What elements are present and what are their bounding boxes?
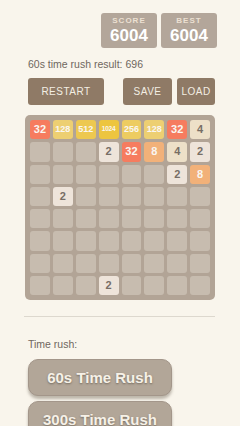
empty-cell-r7c6 — [144, 254, 164, 273]
time-rush-section-label: Time rush: — [28, 338, 240, 350]
app-root: SCORE 6004 BEST 6004 60s time rush resul… — [0, 0, 240, 426]
time-rush-result-text: 60s time rush result: 696 — [28, 58, 240, 70]
empty-cell-r4c4 — [99, 187, 119, 206]
tile-2-r8c4: 2 — [99, 276, 119, 295]
empty-cell-r2c1 — [30, 142, 50, 161]
empty-cell-r4c6 — [144, 187, 164, 206]
empty-cell-r6c2 — [53, 231, 73, 250]
empty-cell-r5c6 — [144, 209, 164, 228]
tile-2-r2c8: 2 — [190, 142, 210, 161]
empty-cell-r3c2 — [53, 165, 73, 184]
load-button[interactable]: LOAD — [177, 78, 215, 105]
empty-cell-r3c1 — [30, 165, 50, 184]
tile-512-r1c3: 512 — [76, 120, 96, 139]
empty-cell-r4c7 — [167, 187, 187, 206]
empty-cell-r2c3 — [76, 142, 96, 161]
empty-cell-r6c4 — [99, 231, 119, 250]
empty-cell-r4c3 — [76, 187, 96, 206]
best-value: 6004 — [170, 27, 208, 44]
empty-cell-r4c8 — [190, 187, 210, 206]
score-box: SCORE 6004 — [101, 13, 157, 48]
tile-256-r1c5: 256 — [122, 120, 142, 139]
tile-1024-r1c4: 1024 — [99, 120, 119, 139]
empty-cell-r7c3 — [76, 254, 96, 273]
empty-cell-r6c8 — [190, 231, 210, 250]
tile-128-r1c2: 128 — [53, 120, 73, 139]
empty-cell-r5c5 — [122, 209, 142, 228]
empty-cell-r5c7 — [167, 209, 187, 228]
empty-cell-r7c5 — [122, 254, 142, 273]
tile-8-r2c6: 8 — [144, 142, 164, 161]
empty-cell-r7c1 — [30, 254, 50, 273]
empty-cell-r5c4 — [99, 209, 119, 228]
rush-300s-button[interactable]: 300s Time Rush — [28, 401, 172, 426]
best-box: BEST 6004 — [161, 13, 217, 48]
empty-cell-r6c3 — [76, 231, 96, 250]
empty-cell-r8c6 — [144, 276, 164, 295]
empty-cell-r5c2 — [53, 209, 73, 228]
tile-4-r1c8: 4 — [190, 120, 210, 139]
empty-cell-r8c8 — [190, 276, 210, 295]
tile-2-r2c4: 2 — [99, 142, 119, 161]
tile-2-r4c2: 2 — [53, 187, 73, 206]
empty-cell-r2c2 — [53, 142, 73, 161]
empty-cell-r6c6 — [144, 231, 164, 250]
save-button[interactable]: SAVE — [123, 78, 172, 105]
section-divider — [24, 316, 215, 317]
empty-cell-r4c1 — [30, 187, 50, 206]
score-label: SCORE — [112, 17, 145, 25]
tile-32-r2c5: 32 — [122, 142, 142, 161]
board-grid[interactable]: 3212851210242561283242328422822 — [25, 115, 215, 300]
empty-cell-r8c3 — [76, 276, 96, 295]
score-value: 6004 — [110, 27, 148, 44]
empty-cell-r4c5 — [122, 187, 142, 206]
score-row: SCORE 6004 BEST 6004 — [0, 0, 240, 48]
empty-cell-r3c3 — [76, 165, 96, 184]
empty-cell-r8c7 — [167, 276, 187, 295]
empty-cell-r8c1 — [30, 276, 50, 295]
empty-cell-r7c8 — [190, 254, 210, 273]
rush-60s-button[interactable]: 60s Time Rush — [28, 359, 172, 396]
empty-cell-r3c4 — [99, 165, 119, 184]
toolbar: RESTART SAVE LOAD — [28, 78, 215, 105]
empty-cell-r5c1 — [30, 209, 50, 228]
tile-128-r1c6: 128 — [144, 120, 164, 139]
best-label: BEST — [176, 17, 201, 25]
empty-cell-r6c7 — [167, 231, 187, 250]
empty-cell-r7c4 — [99, 254, 119, 273]
empty-cell-r6c1 — [30, 231, 50, 250]
tile-8-r3c8: 8 — [190, 165, 210, 184]
empty-cell-r5c3 — [76, 209, 96, 228]
empty-cell-r8c2 — [53, 276, 73, 295]
empty-cell-r7c2 — [53, 254, 73, 273]
empty-cell-r8c5 — [122, 276, 142, 295]
tile-2-r3c7: 2 — [167, 165, 187, 184]
tile-32-r1c1: 32 — [30, 120, 50, 139]
empty-cell-r5c8 — [190, 209, 210, 228]
empty-cell-r3c6 — [144, 165, 164, 184]
tile-32-r1c7: 32 — [167, 120, 187, 139]
empty-cell-r3c5 — [122, 165, 142, 184]
empty-cell-r6c5 — [122, 231, 142, 250]
empty-cell-r7c7 — [167, 254, 187, 273]
tile-4-r2c7: 4 — [167, 142, 187, 161]
restart-button[interactable]: RESTART — [28, 78, 104, 105]
